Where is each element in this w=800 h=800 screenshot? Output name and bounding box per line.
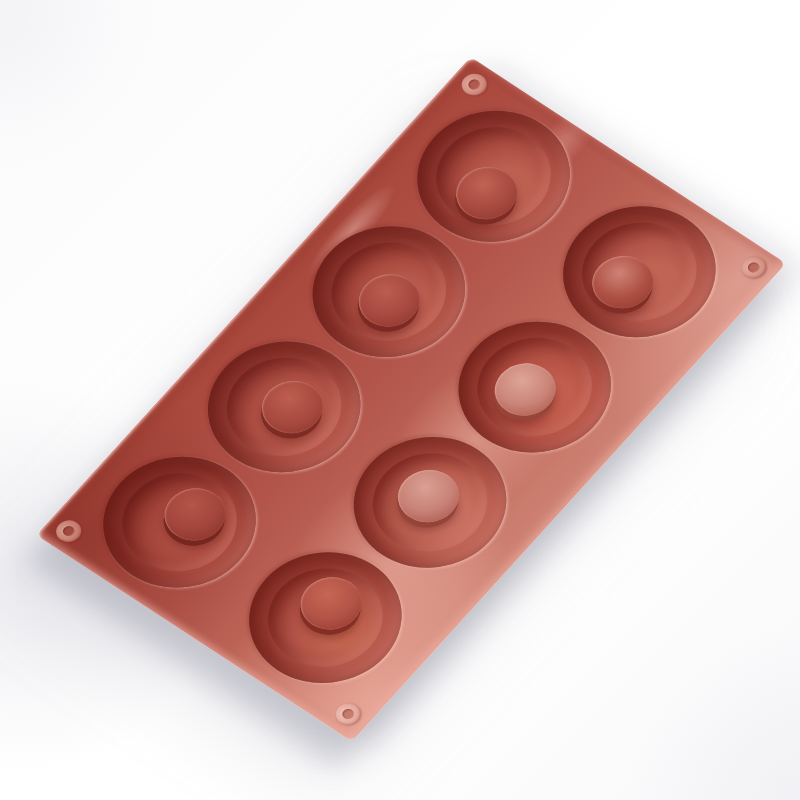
corner-hole-bottom <box>330 699 365 729</box>
donut-mold-tray <box>36 57 786 742</box>
corner-hole-top <box>457 69 492 99</box>
corner-hole-opening <box>746 260 762 274</box>
corner-hole-opening <box>466 78 482 92</box>
corner-hole-left <box>51 516 86 546</box>
corner-hole-right <box>736 252 771 282</box>
corner-hole-opening <box>61 524 77 538</box>
photo-background <box>0 0 800 800</box>
corner-hole-opening <box>340 707 356 721</box>
